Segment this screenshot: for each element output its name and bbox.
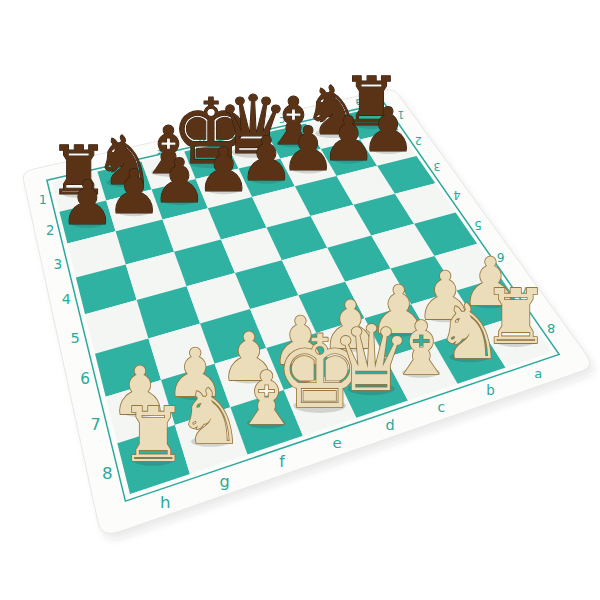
rank-label-left-4: 4 — [62, 291, 71, 307]
rank-label-left-7: 7 — [91, 415, 101, 434]
rank-label-left-5: 5 — [71, 329, 80, 346]
file-label-bottom-d: d — [386, 417, 395, 433]
piece-white-rook-a8[interactable]: ♜ — [482, 273, 550, 361]
file-label-bottom-a: a — [534, 366, 542, 381]
rank-label-left-6: 6 — [80, 370, 90, 388]
piece-black-pawn-a2[interactable]: ♟ — [361, 94, 416, 165]
file-label-bottom-f: f — [279, 453, 285, 471]
rank-label-left-1: 1 — [39, 192, 47, 207]
file-label-bottom-h: h — [160, 492, 171, 512]
rank-label-right-4: 4 — [453, 188, 460, 202]
rank-label-left-2: 2 — [46, 223, 54, 238]
rank-label-right-2: 2 — [415, 134, 422, 147]
chessboard: 1122334455667788hhggffeeddccbbaa♜♞♝♚♛♝♞♜… — [0, 0, 600, 600]
file-label-bottom-b: b — [486, 383, 495, 398]
rank-label-right-5: 5 — [474, 218, 482, 232]
rank-label-right-3: 3 — [433, 160, 440, 173]
rank-label-left-8: 8 — [102, 463, 113, 483]
rank-label-left-3: 3 — [54, 256, 63, 272]
file-label-bottom-c: c — [437, 399, 445, 415]
product-photo: 1122334455667788hhggffeeddccbbaa♜♞♝♚♛♝♞♜… — [0, 0, 600, 600]
file-label-bottom-g: g — [220, 472, 230, 491]
file-label-bottom-e: e — [332, 434, 341, 452]
